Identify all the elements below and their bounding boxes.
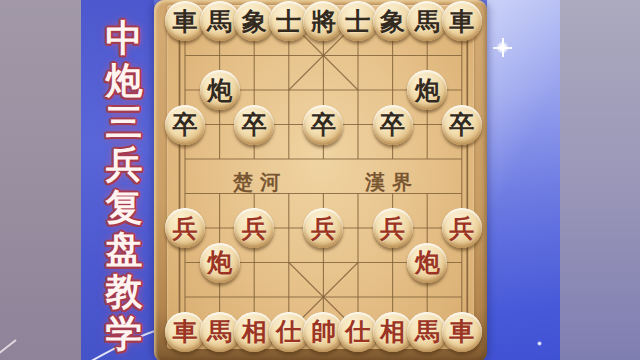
piece-black-卒[interactable]: 卒 [303, 105, 343, 145]
title-char: 教 [106, 273, 143, 310]
piece-red-車[interactable]: 車 [442, 312, 482, 352]
video-title-vertical: 中炮三兵复盘教学 [100, 20, 148, 352]
piece-red-炮[interactable]: 炮 [407, 243, 447, 283]
piece-glyph: 仕 [276, 319, 301, 344]
piece-black-炮[interactable]: 炮 [407, 70, 447, 110]
title-char: 兵 [106, 146, 143, 183]
piece-glyph: 相 [380, 319, 405, 344]
piece-glyph: 兵 [242, 216, 267, 241]
piece-glyph: 炮 [415, 78, 440, 103]
piece-black-卒[interactable]: 卒 [373, 105, 413, 145]
piece-black-車[interactable]: 車 [442, 1, 482, 41]
piece-black-卒[interactable]: 卒 [234, 105, 274, 145]
piece-glyph: 炮 [415, 250, 440, 275]
title-char: 学 [106, 315, 143, 352]
piece-glyph: 馬 [207, 9, 232, 34]
piece-glyph: 仕 [346, 319, 371, 344]
piece-red-兵[interactable]: 兵 [234, 208, 274, 248]
piece-glyph: 車 [173, 319, 198, 344]
title-char: 炮 [106, 62, 143, 99]
piece-glyph: 將 [311, 9, 336, 34]
title-char: 盘 [106, 231, 143, 268]
piece-glyph: 卒 [173, 112, 198, 137]
background-right-gray-band [560, 0, 640, 360]
piece-glyph: 士 [346, 9, 371, 34]
piece-glyph: 兵 [449, 216, 474, 241]
title-char: 中 [106, 20, 143, 57]
background-left-gray-band [0, 0, 81, 360]
piece-glyph: 兵 [311, 216, 336, 241]
piece-red-兵[interactable]: 兵 [442, 208, 482, 248]
piece-glyph: 卒 [242, 112, 267, 137]
piece-black-卒[interactable]: 卒 [165, 105, 205, 145]
title-char: 三 [106, 104, 143, 141]
piece-black-卒[interactable]: 卒 [442, 105, 482, 145]
river-label-left: 楚河 [232, 170, 287, 194]
piece-glyph: 馬 [415, 319, 440, 344]
piece-glyph: 卒 [380, 112, 405, 137]
piece-red-兵[interactable]: 兵 [165, 208, 205, 248]
piece-red-兵[interactable]: 兵 [373, 208, 413, 248]
piece-glyph: 卒 [311, 112, 336, 137]
piece-glyph: 象 [242, 9, 267, 34]
piece-glyph: 象 [380, 9, 405, 34]
piece-glyph: 兵 [173, 216, 198, 241]
piece-glyph: 卒 [449, 112, 474, 137]
river-label-right: 漢界 [364, 170, 419, 194]
piece-glyph: 車 [449, 9, 474, 34]
screenshot-stage: 中炮三兵复盘教学 楚河 漢界 車馬象士將士象馬車炮炮卒卒卒卒卒兵兵兵兵兵炮炮車馬… [0, 0, 640, 360]
piece-glyph: 士 [276, 9, 301, 34]
background-right-blue-band [487, 0, 560, 360]
piece-black-炮[interactable]: 炮 [200, 70, 240, 110]
xiangqi-board[interactable]: 楚河 漢界 車馬象士將士象馬車炮炮卒卒卒卒卒兵兵兵兵兵炮炮車馬相仕帥仕相馬車 [154, 0, 487, 360]
piece-glyph: 炮 [207, 250, 232, 275]
title-char: 复 [106, 189, 143, 226]
piece-glyph: 帥 [311, 319, 336, 344]
piece-glyph: 車 [449, 319, 474, 344]
piece-glyph: 相 [242, 319, 267, 344]
piece-glyph: 馬 [415, 9, 440, 34]
piece-red-炮[interactable]: 炮 [200, 243, 240, 283]
piece-glyph: 兵 [380, 216, 405, 241]
piece-glyph: 炮 [207, 78, 232, 103]
board-grid: 楚河 漢界 [154, 0, 487, 360]
piece-glyph: 車 [173, 9, 198, 34]
piece-glyph: 馬 [207, 319, 232, 344]
